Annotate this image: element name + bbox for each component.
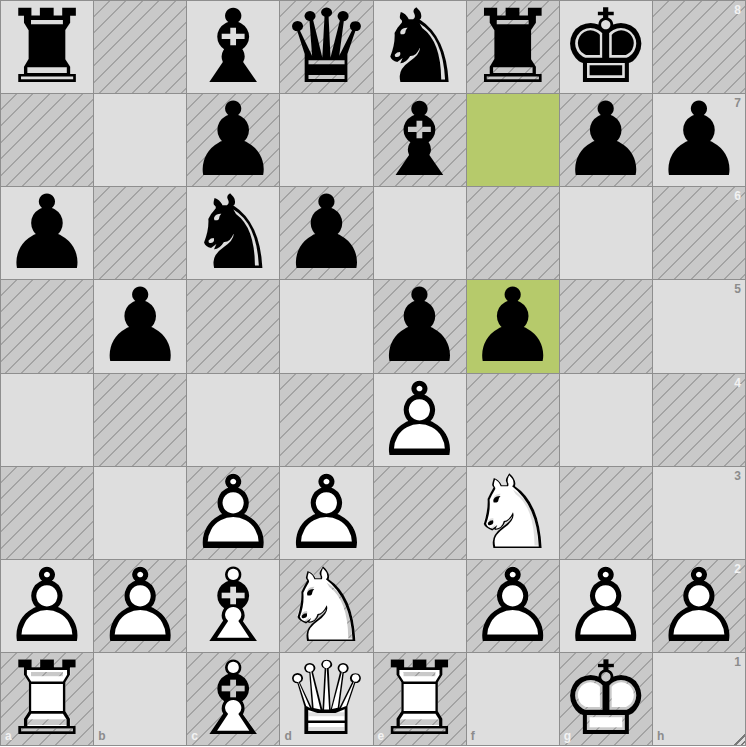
square-d6[interactable]: ♟ [280, 187, 373, 280]
white-pawn-glyph-outline: ♙ [653, 560, 745, 652]
square-a8[interactable]: ♜ [1, 1, 94, 94]
square-e7[interactable]: ♝ [374, 94, 467, 187]
file-label-d: d [284, 730, 291, 742]
square-e3[interactable] [374, 467, 467, 560]
square-d1[interactable]: ♛♕d [280, 653, 373, 746]
square-c5[interactable] [187, 280, 280, 373]
square-f8[interactable]: ♜ [467, 1, 560, 94]
square-f7[interactable] [467, 94, 560, 187]
square-a1[interactable]: ♜♖a [1, 653, 94, 746]
white-pawn[interactable]: ♟♙ [653, 560, 745, 652]
square-h1[interactable]: 1h [653, 653, 746, 746]
square-f2[interactable]: ♟♙ [467, 560, 560, 653]
white-pawn[interactable]: ♟♙ [94, 560, 186, 652]
black-rook[interactable]: ♜ [467, 1, 559, 93]
square-c1[interactable]: ♝♗c [187, 653, 280, 746]
black-knight[interactable]: ♞ [187, 187, 279, 279]
white-rook-glyph-outline: ♖ [374, 653, 466, 745]
file-label-g: g [564, 730, 571, 742]
square-e4[interactable]: ♟♙ [374, 374, 467, 467]
rank-label-1: 1 [734, 656, 741, 668]
white-pawn[interactable]: ♟♙ [374, 374, 466, 466]
rank-label-4: 4 [734, 377, 741, 389]
white-rook[interactable]: ♜♖ [1, 653, 93, 745]
white-pawn-glyph-outline: ♙ [280, 467, 372, 559]
square-h2[interactable]: ♟♙2 [653, 560, 746, 653]
white-bishop[interactable]: ♝♗ [187, 653, 279, 745]
file-label-h: h [657, 730, 664, 742]
white-pawn-glyph-outline: ♙ [467, 560, 559, 652]
black-bishop[interactable]: ♝ [374, 94, 466, 186]
square-h5[interactable]: 5 [653, 280, 746, 373]
white-queen[interactable]: ♛♕ [280, 653, 372, 745]
black-rook[interactable]: ♜ [1, 1, 93, 93]
white-pawn[interactable]: ♟♙ [467, 560, 559, 652]
rank-label-8: 8 [734, 4, 741, 16]
white-pawn[interactable]: ♟♙ [280, 467, 372, 559]
square-g6[interactable] [560, 187, 653, 280]
black-pawn[interactable]: ♟ [94, 280, 186, 372]
white-king[interactable]: ♚♔ [560, 653, 652, 745]
rank-label-5: 5 [734, 283, 741, 295]
rank-label-6: 6 [734, 190, 741, 202]
black-queen[interactable]: ♛ [280, 1, 372, 93]
square-b8[interactable] [94, 1, 187, 94]
square-b5[interactable]: ♟ [94, 280, 187, 373]
square-f5[interactable]: ♟ [467, 280, 560, 373]
white-knight[interactable]: ♞♘ [467, 467, 559, 559]
white-rook-glyph-outline: ♖ [1, 653, 93, 745]
square-a6[interactable]: ♟ [1, 187, 94, 280]
white-pawn-glyph-outline: ♙ [374, 374, 466, 466]
white-bishop-glyph-outline: ♗ [187, 653, 279, 745]
file-label-e: e [378, 730, 385, 742]
white-knight-glyph-outline: ♘ [467, 467, 559, 559]
white-pawn-glyph-outline: ♙ [94, 560, 186, 652]
square-b1[interactable]: b [94, 653, 187, 746]
file-label-c: c [191, 730, 198, 742]
square-a4[interactable] [1, 374, 94, 467]
white-rook[interactable]: ♜♖ [374, 653, 466, 745]
rank-label-2: 2 [734, 563, 741, 575]
file-label-f: f [471, 730, 475, 742]
black-pawn[interactable]: ♟ [1, 187, 93, 279]
black-pawn[interactable]: ♟ [280, 187, 372, 279]
square-d8[interactable]: ♛ [280, 1, 373, 94]
black-pawn[interactable]: ♟ [653, 94, 745, 186]
rank-label-3: 3 [734, 470, 741, 482]
square-a5[interactable] [1, 280, 94, 373]
square-g7[interactable]: ♟ [560, 94, 653, 187]
square-g4[interactable] [560, 374, 653, 467]
square-b7[interactable] [94, 94, 187, 187]
file-label-a: a [5, 730, 12, 742]
square-h7[interactable]: ♟7 [653, 94, 746, 187]
square-h6[interactable]: 6 [653, 187, 746, 280]
white-pawn[interactable]: ♟♙ [187, 467, 279, 559]
rank-label-7: 7 [734, 97, 741, 109]
square-b4[interactable] [94, 374, 187, 467]
chess-board: ♜♝♛♞♜♚8♟♝♟♟7♟♞♟6♟♟♟5♟♙4♟♙♟♙♞♘3♟♙♟♙♝♗♞♘♟♙… [0, 0, 746, 746]
square-d5[interactable] [280, 280, 373, 373]
square-f1[interactable]: f [467, 653, 560, 746]
black-pawn[interactable]: ♟ [467, 280, 559, 372]
black-pawn[interactable]: ♟ [560, 94, 652, 186]
square-b2[interactable]: ♟♙ [94, 560, 187, 653]
square-g1[interactable]: ♚♔g [560, 653, 653, 746]
black-pawn[interactable]: ♟ [374, 280, 466, 372]
white-pawn-glyph-outline: ♙ [187, 467, 279, 559]
file-label-b: b [98, 730, 105, 742]
white-queen-glyph-outline: ♕ [280, 653, 372, 745]
square-g5[interactable] [560, 280, 653, 373]
square-e1[interactable]: ♜♖e [374, 653, 467, 746]
square-c6[interactable]: ♞ [187, 187, 280, 280]
square-h4[interactable]: 4 [653, 374, 746, 467]
white-king-glyph-outline: ♔ [560, 653, 652, 745]
